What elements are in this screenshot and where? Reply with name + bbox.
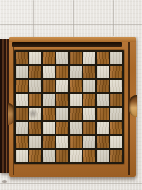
fabric-seam (0, 183, 142, 184)
square-d2[interactable] (56, 136, 68, 148)
square-b1[interactable] (29, 150, 41, 162)
square-c8[interactable] (43, 52, 55, 64)
square-e7[interactable] (70, 66, 82, 78)
square-b8[interactable] (29, 52, 41, 64)
square-f3[interactable] (83, 122, 95, 134)
square-a1[interactable] (16, 150, 28, 162)
square-g3[interactable] (97, 122, 109, 134)
square-h5[interactable] (110, 94, 122, 106)
square-c2[interactable] (43, 136, 55, 148)
square-a8[interactable] (16, 52, 28, 64)
square-b3[interactable] (29, 122, 41, 134)
square-e5[interactable] (70, 94, 82, 106)
chess-board (16, 52, 122, 162)
wooden-chess-box (9, 37, 136, 177)
lid-groove-slot (12, 42, 122, 47)
square-e4[interactable] (70, 108, 82, 120)
square-f6[interactable] (83, 80, 95, 92)
square-e1[interactable] (70, 150, 82, 162)
square-f8[interactable] (83, 52, 95, 64)
fabric-seam (0, 24, 142, 25)
square-e2[interactable] (70, 136, 82, 148)
square-a2[interactable] (16, 136, 28, 148)
square-c3[interactable] (43, 122, 55, 134)
square-b6[interactable] (29, 80, 41, 92)
square-d7[interactable] (56, 66, 68, 78)
board-black-border (14, 50, 124, 164)
fabric-seam (33, 0, 34, 38)
square-h4[interactable] (110, 108, 122, 120)
square-b5[interactable] (29, 94, 41, 106)
square-d4[interactable] (56, 108, 68, 120)
square-e6[interactable] (70, 80, 82, 92)
square-a4[interactable] (16, 108, 28, 120)
square-c1[interactable] (43, 150, 55, 162)
square-c6[interactable] (43, 80, 55, 92)
square-d6[interactable] (56, 80, 68, 92)
square-f1[interactable] (83, 150, 95, 162)
square-d5[interactable] (56, 94, 68, 106)
smudge-mark (29, 109, 38, 119)
square-a7[interactable] (16, 66, 28, 78)
square-c7[interactable] (43, 66, 55, 78)
square-f4[interactable] (83, 108, 95, 120)
fabric-seam (73, 0, 74, 37)
square-h6[interactable] (110, 80, 122, 92)
fabric-seam (113, 0, 114, 36)
square-g8[interactable] (97, 52, 109, 64)
square-g5[interactable] (97, 94, 109, 106)
square-g1[interactable] (97, 150, 109, 162)
square-g6[interactable] (97, 80, 109, 92)
square-d3[interactable] (56, 122, 68, 134)
fabric-speck (2, 180, 7, 183)
square-f5[interactable] (83, 94, 95, 106)
finger-notch-right (129, 95, 137, 117)
square-f2[interactable] (83, 136, 95, 148)
square-h8[interactable] (110, 52, 122, 64)
photo-scene (0, 0, 142, 190)
square-e8[interactable] (70, 52, 82, 64)
square-g4[interactable] (97, 108, 109, 120)
square-f7[interactable] (83, 66, 95, 78)
square-d1[interactable] (56, 150, 68, 162)
square-d8[interactable] (56, 52, 68, 64)
square-g2[interactable] (97, 136, 109, 148)
square-g7[interactable] (97, 66, 109, 78)
square-a6[interactable] (16, 80, 28, 92)
square-e3[interactable] (70, 122, 82, 134)
square-a5[interactable] (16, 94, 28, 106)
square-b4[interactable] (29, 108, 41, 120)
square-b2[interactable] (29, 136, 41, 148)
square-a3[interactable] (16, 122, 28, 134)
square-h1[interactable] (110, 150, 122, 162)
square-h7[interactable] (110, 66, 122, 78)
square-h3[interactable] (110, 122, 122, 134)
square-c5[interactable] (43, 94, 55, 106)
square-h2[interactable] (110, 136, 122, 148)
square-c4[interactable] (43, 108, 55, 120)
square-b7[interactable] (29, 66, 41, 78)
